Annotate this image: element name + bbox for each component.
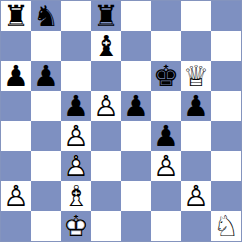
- square-g3[interactable]: [181, 151, 211, 181]
- square-c4[interactable]: ♟♙: [61, 121, 91, 151]
- black-pawn-glyph: ♟: [31, 61, 61, 91]
- black-bishop[interactable]: ♝: [91, 31, 121, 61]
- square-h2[interactable]: [211, 181, 241, 211]
- square-e2[interactable]: [121, 181, 151, 211]
- chess-board: ♜♞♜♝♟♟♚♛♕♟♟♙♟♟♟♙♟♟♙♟♙♟♙♝♗♟♙♚♔♞♘: [0, 0, 242, 242]
- white-pawn-outline: ♙: [61, 151, 91, 181]
- square-f8[interactable]: [151, 1, 181, 31]
- white-bishop[interactable]: ♝♗: [61, 181, 91, 211]
- square-a8[interactable]: ♜: [1, 1, 31, 31]
- black-pawn[interactable]: ♟: [31, 61, 61, 91]
- black-bishop-glyph: ♝: [91, 31, 121, 61]
- black-pawn-glyph: ♟: [151, 121, 181, 151]
- square-g4[interactable]: [181, 121, 211, 151]
- white-king-fill: ♚: [61, 211, 91, 241]
- square-a3[interactable]: [1, 151, 31, 181]
- square-c2[interactable]: ♝♗: [61, 181, 91, 211]
- white-queen-fill: ♛: [181, 61, 211, 91]
- black-rook[interactable]: ♜: [1, 1, 31, 31]
- black-rook-glyph: ♜: [91, 1, 121, 31]
- black-knight-glyph: ♞: [31, 1, 61, 31]
- square-b7[interactable]: [31, 31, 61, 61]
- black-pawn-glyph: ♟: [61, 91, 91, 121]
- square-c1[interactable]: ♚♔: [61, 211, 91, 241]
- white-pawn[interactable]: ♟♙: [181, 181, 211, 211]
- black-pawn[interactable]: ♟: [1, 61, 31, 91]
- square-a4[interactable]: [1, 121, 31, 151]
- square-b6[interactable]: ♟: [31, 61, 61, 91]
- square-b5[interactable]: [31, 91, 61, 121]
- square-d2[interactable]: [91, 181, 121, 211]
- square-d3[interactable]: [91, 151, 121, 181]
- square-e1[interactable]: [121, 211, 151, 241]
- white-pawn[interactable]: ♟♙: [151, 151, 181, 181]
- black-king[interactable]: ♚: [151, 61, 181, 91]
- black-pawn[interactable]: ♟: [61, 91, 91, 121]
- white-pawn[interactable]: ♟♙: [1, 181, 31, 211]
- square-h7[interactable]: [211, 31, 241, 61]
- square-f5[interactable]: [151, 91, 181, 121]
- square-f1[interactable]: [151, 211, 181, 241]
- white-pawn[interactable]: ♟♙: [61, 121, 91, 151]
- white-pawn-fill: ♟: [61, 151, 91, 181]
- square-h6[interactable]: [211, 61, 241, 91]
- black-pawn[interactable]: ♟: [181, 91, 211, 121]
- white-pawn-fill: ♟: [1, 181, 31, 211]
- square-f4[interactable]: ♟: [151, 121, 181, 151]
- square-a7[interactable]: [1, 31, 31, 61]
- square-e3[interactable]: [121, 151, 151, 181]
- white-pawn-fill: ♟: [151, 151, 181, 181]
- square-f7[interactable]: [151, 31, 181, 61]
- square-g7[interactable]: [181, 31, 211, 61]
- square-f2[interactable]: [151, 181, 181, 211]
- square-h8[interactable]: [211, 1, 241, 31]
- square-d7[interactable]: ♝: [91, 31, 121, 61]
- square-g1[interactable]: [181, 211, 211, 241]
- square-d4[interactable]: [91, 121, 121, 151]
- square-b2[interactable]: [31, 181, 61, 211]
- square-h1[interactable]: ♞♘: [211, 211, 241, 241]
- square-e4[interactable]: [121, 121, 151, 151]
- square-g8[interactable]: [181, 1, 211, 31]
- white-pawn-outline: ♙: [151, 151, 181, 181]
- square-f3[interactable]: ♟♙: [151, 151, 181, 181]
- square-b1[interactable]: [31, 211, 61, 241]
- white-bishop-fill: ♝: [61, 181, 91, 211]
- square-e7[interactable]: [121, 31, 151, 61]
- white-pawn-fill: ♟: [91, 91, 121, 121]
- white-pawn[interactable]: ♟♙: [91, 91, 121, 121]
- white-bishop-outline: ♗: [61, 181, 91, 211]
- square-d8[interactable]: ♜: [91, 1, 121, 31]
- black-rook[interactable]: ♜: [91, 1, 121, 31]
- square-c3[interactable]: ♟♙: [61, 151, 91, 181]
- square-b4[interactable]: [31, 121, 61, 151]
- square-e8[interactable]: [121, 1, 151, 31]
- black-knight[interactable]: ♞: [31, 1, 61, 31]
- square-f6[interactable]: ♚: [151, 61, 181, 91]
- square-a5[interactable]: [1, 91, 31, 121]
- white-knight-outline: ♘: [211, 211, 241, 241]
- white-queen[interactable]: ♛♕: [181, 61, 211, 91]
- square-b3[interactable]: [31, 151, 61, 181]
- black-pawn-glyph: ♟: [121, 91, 151, 121]
- square-a1[interactable]: [1, 211, 31, 241]
- square-d1[interactable]: [91, 211, 121, 241]
- white-pawn[interactable]: ♟♙: [61, 151, 91, 181]
- white-pawn-outline: ♙: [61, 121, 91, 151]
- square-h4[interactable]: [211, 121, 241, 151]
- square-e6[interactable]: [121, 61, 151, 91]
- square-h3[interactable]: [211, 151, 241, 181]
- white-king[interactable]: ♚♔: [61, 211, 91, 241]
- white-queen-outline: ♕: [181, 61, 211, 91]
- white-pawn-outline: ♙: [1, 181, 31, 211]
- square-h5[interactable]: [211, 91, 241, 121]
- black-pawn[interactable]: ♟: [151, 121, 181, 151]
- black-pawn[interactable]: ♟: [121, 91, 151, 121]
- square-e5[interactable]: ♟: [121, 91, 151, 121]
- square-b8[interactable]: ♞: [31, 1, 61, 31]
- white-king-outline: ♔: [61, 211, 91, 241]
- black-pawn-glyph: ♟: [1, 61, 31, 91]
- black-king-glyph: ♚: [151, 61, 181, 91]
- white-pawn-outline: ♙: [181, 181, 211, 211]
- square-c7[interactable]: [61, 31, 91, 61]
- white-pawn-fill: ♟: [61, 121, 91, 151]
- square-c8[interactable]: [61, 1, 91, 31]
- square-a6[interactable]: ♟: [1, 61, 31, 91]
- square-d5[interactable]: ♟♙: [91, 91, 121, 121]
- square-d6[interactable]: [91, 61, 121, 91]
- square-a2[interactable]: ♟♙: [1, 181, 31, 211]
- black-pawn-glyph: ♟: [181, 91, 211, 121]
- square-g5[interactable]: ♟: [181, 91, 211, 121]
- white-pawn-outline: ♙: [91, 91, 121, 121]
- white-knight-fill: ♞: [211, 211, 241, 241]
- white-pawn-fill: ♟: [181, 181, 211, 211]
- white-knight[interactable]: ♞♘: [211, 211, 241, 241]
- square-g6[interactable]: ♛♕: [181, 61, 211, 91]
- square-c6[interactable]: [61, 61, 91, 91]
- square-g2[interactable]: ♟♙: [181, 181, 211, 211]
- black-rook-glyph: ♜: [1, 1, 31, 31]
- square-c5[interactable]: ♟: [61, 91, 91, 121]
